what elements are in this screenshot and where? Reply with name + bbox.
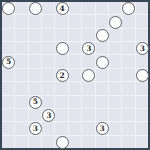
island-circle-numbered[interactable]: 3 (82, 42, 95, 55)
board-cell[interactable] (15, 96, 27, 108)
board-cell[interactable] (109, 82, 121, 94)
board-cell[interactable] (2, 42, 14, 54)
board-cell[interactable] (122, 55, 134, 67)
board-cell[interactable] (136, 29, 148, 41)
island-circle[interactable] (56, 136, 69, 149)
board-cell[interactable]: 5 (29, 96, 41, 108)
board-cell[interactable] (55, 96, 67, 108)
island-number: 3 (140, 45, 145, 53)
board-cell[interactable] (96, 2, 108, 14)
board-cell[interactable] (29, 2, 41, 14)
board-cell[interactable] (29, 69, 41, 81)
board-cell[interactable] (55, 42, 67, 54)
puzzle-board: 433525333 (0, 0, 150, 150)
board-cell[interactable]: 4 (55, 2, 67, 14)
board-cell[interactable] (42, 55, 54, 67)
board-cell[interactable] (82, 136, 94, 148)
board-cell[interactable] (2, 69, 14, 81)
board-cell[interactable] (109, 55, 121, 67)
board-cell[interactable] (109, 122, 121, 134)
board-cell[interactable] (136, 96, 148, 108)
board-cell[interactable] (136, 82, 148, 94)
board-cell[interactable] (15, 82, 27, 94)
board-cell[interactable] (96, 69, 108, 81)
island-circle[interactable] (122, 2, 135, 15)
island-circle-numbered[interactable]: 2 (56, 69, 69, 82)
board-cell[interactable] (15, 69, 27, 81)
board-cell[interactable] (29, 29, 41, 41)
board-cell[interactable] (96, 29, 108, 41)
board-cell[interactable] (82, 82, 94, 94)
board-cell[interactable]: 2 (55, 69, 67, 81)
board-cell[interactable] (82, 2, 94, 14)
island-number: 3 (33, 125, 38, 133)
island-circle[interactable] (82, 69, 95, 82)
board-cell[interactable] (15, 15, 27, 27)
puzzle-grid: 433525333 (2, 2, 148, 148)
board-cell[interactable] (55, 15, 67, 27)
board-cell[interactable] (82, 69, 94, 81)
board-cell[interactable] (96, 42, 108, 54)
board-cell[interactable] (69, 136, 81, 148)
island-circle-numbered[interactable]: 3 (29, 122, 42, 135)
board-cell[interactable] (2, 82, 14, 94)
board-cell[interactable] (42, 136, 54, 148)
board-cell[interactable] (15, 42, 27, 54)
board-cell[interactable]: 5 (2, 55, 14, 67)
board-cell[interactable] (69, 122, 81, 134)
island-circle[interactable] (96, 56, 109, 69)
board-cell[interactable] (136, 2, 148, 14)
board-cell[interactable] (2, 109, 14, 121)
board-cell[interactable] (122, 109, 134, 121)
board-cell[interactable] (122, 69, 134, 81)
board-cell[interactable] (136, 136, 148, 148)
board-cell[interactable] (69, 2, 81, 14)
board-cell[interactable] (69, 42, 81, 54)
board-cell[interactable] (96, 15, 108, 27)
board-cell[interactable] (69, 69, 81, 81)
board-cell[interactable] (69, 82, 81, 94)
board-cell[interactable] (82, 122, 94, 134)
board-cell[interactable] (15, 29, 27, 41)
board-cell[interactable] (2, 2, 14, 14)
board-cell[interactable] (122, 96, 134, 108)
board-cell[interactable] (69, 109, 81, 121)
island-circle[interactable] (136, 69, 149, 82)
board-cell[interactable] (42, 96, 54, 108)
board-cell[interactable]: 3 (42, 109, 54, 121)
board-cell[interactable] (82, 15, 94, 27)
board-cell[interactable] (42, 29, 54, 41)
island-circle[interactable] (29, 2, 42, 15)
board-cell[interactable] (15, 109, 27, 121)
board-cell[interactable] (69, 55, 81, 67)
board-cell[interactable] (109, 109, 121, 121)
island-number: 3 (46, 112, 51, 120)
board-cell[interactable] (29, 136, 41, 148)
board-cell[interactable] (82, 96, 94, 108)
board-cell[interactable] (136, 109, 148, 121)
island-circle[interactable] (56, 42, 69, 55)
board-cell[interactable] (42, 82, 54, 94)
island-circle-numbered[interactable]: 3 (136, 42, 149, 55)
island-number: 5 (6, 59, 11, 66)
island-circle[interactable] (96, 29, 109, 42)
board-cell[interactable] (122, 42, 134, 54)
board-cell[interactable] (136, 55, 148, 67)
board-cell[interactable] (96, 82, 108, 94)
board-cell[interactable] (15, 136, 27, 148)
board-cell[interactable] (109, 15, 121, 27)
board-cell[interactable] (2, 96, 14, 108)
island-circle-numbered[interactable]: 5 (2, 56, 15, 69)
island-circle-numbered[interactable]: 4 (56, 2, 69, 15)
island-number: 3 (86, 45, 91, 53)
board-cell[interactable] (69, 96, 81, 108)
board-cell[interactable] (122, 2, 134, 14)
board-cell[interactable] (109, 96, 121, 108)
board-cell[interactable] (2, 15, 14, 27)
board-cell[interactable] (15, 55, 27, 67)
board-cell[interactable] (29, 55, 41, 67)
board-cell[interactable] (96, 55, 108, 67)
board-cell[interactable] (55, 122, 67, 134)
board-cell[interactable]: 3 (29, 122, 41, 134)
board-cell[interactable] (2, 29, 14, 41)
island-circle[interactable] (109, 16, 122, 29)
board-cell[interactable] (2, 122, 14, 134)
island-circle[interactable] (2, 2, 15, 15)
board-cell[interactable] (109, 136, 121, 148)
board-cell[interactable] (29, 42, 41, 54)
board-cell[interactable] (96, 109, 108, 121)
board-cell[interactable] (15, 2, 27, 14)
board-cell[interactable] (122, 15, 134, 27)
board-cell[interactable] (96, 136, 108, 148)
board-cell[interactable] (82, 109, 94, 121)
board-cell[interactable] (96, 96, 108, 108)
board-cell[interactable] (55, 82, 67, 94)
board-cell[interactable] (42, 2, 54, 14)
board-cell[interactable]: 3 (82, 42, 94, 54)
board-cell[interactable] (55, 136, 67, 148)
board-cell[interactable] (15, 122, 27, 134)
island-circle-numbered[interactable]: 5 (29, 96, 42, 109)
board-cell[interactable] (122, 136, 134, 148)
board-cell[interactable] (82, 55, 94, 67)
island-number: 4 (60, 5, 65, 13)
board-cell[interactable] (109, 69, 121, 81)
board-cell[interactable] (2, 136, 14, 148)
board-cell[interactable] (122, 29, 134, 41)
island-circle-numbered[interactable]: 3 (42, 109, 55, 122)
board-cell[interactable] (69, 15, 81, 27)
board-cell[interactable] (109, 2, 121, 14)
board-cell[interactable] (109, 42, 121, 54)
board-cell[interactable] (42, 122, 54, 134)
board-cell[interactable] (42, 69, 54, 81)
board-cell[interactable] (29, 82, 41, 94)
island-number: 5 (33, 99, 38, 107)
board-cell[interactable] (42, 42, 54, 54)
board-cell[interactable] (109, 29, 121, 41)
board-cell[interactable] (29, 109, 41, 121)
island-circle-numbered[interactable]: 3 (96, 122, 109, 135)
island-number: 3 (100, 125, 105, 133)
board-cell[interactable] (82, 29, 94, 41)
board-cell[interactable]: 3 (96, 122, 108, 134)
board-cell[interactable] (122, 82, 134, 94)
board-cell[interactable] (55, 29, 67, 41)
board-cell[interactable] (136, 69, 148, 81)
board-cell[interactable] (55, 55, 67, 67)
board-cell[interactable] (42, 15, 54, 27)
island-number: 2 (60, 72, 65, 80)
board-cell[interactable]: 3 (136, 42, 148, 54)
board-cell[interactable] (136, 15, 148, 27)
board-cell[interactable] (69, 29, 81, 41)
board-cell[interactable] (55, 109, 67, 121)
board-cell[interactable] (136, 122, 148, 134)
board-cell[interactable] (29, 15, 41, 27)
board-cell[interactable] (122, 122, 134, 134)
